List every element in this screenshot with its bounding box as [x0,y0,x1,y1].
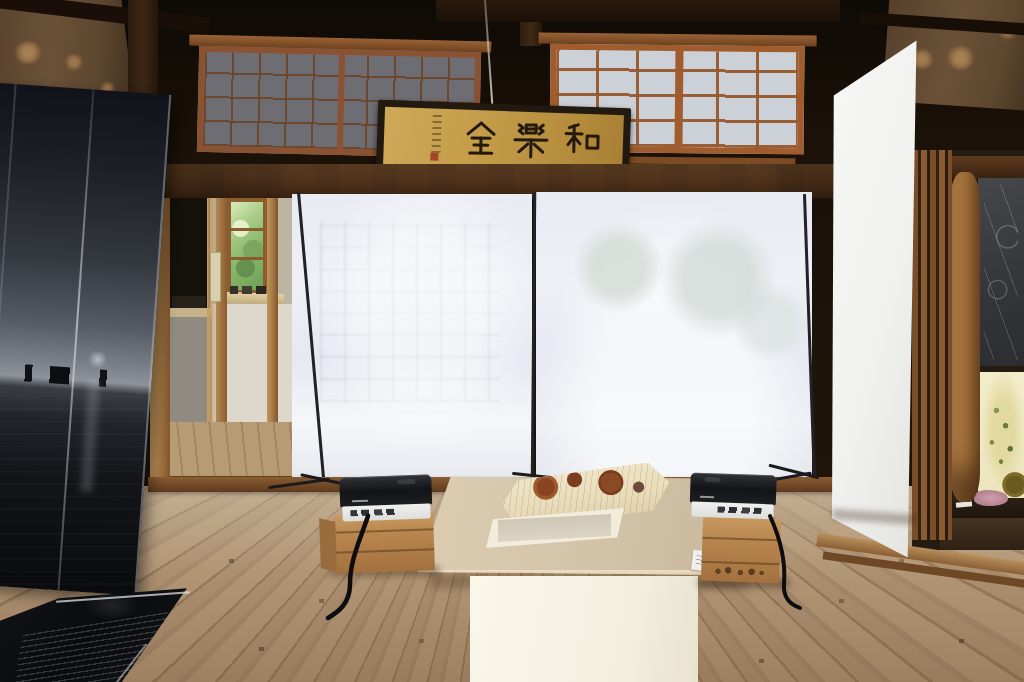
plaque-calligraphy [464,119,603,163]
projector-ports [717,506,761,514]
scrim-right [536,192,812,482]
frieze-motif [14,40,42,65]
projector-logo [700,495,714,498]
frieze-motif [947,45,975,71]
projector-vent [397,479,415,485]
scrim-soft-light [292,194,532,486]
projector-cable-right [760,504,820,614]
frieze-motif [64,53,84,71]
room-door-stile [267,196,278,436]
photo-moon-glow [86,351,109,368]
yellow-artwork [978,372,1024,500]
projector-top [690,473,777,506]
room-floor [168,422,292,480]
room-counter-items [172,296,206,308]
kanji-wa-icon [564,121,603,164]
white-panel [832,38,920,560]
room-post [207,196,227,446]
door-slats [912,150,952,540]
post-label [210,252,221,302]
sill-items [230,286,272,294]
kanji-raku-icon [512,120,551,163]
right-opening [912,150,1024,550]
room-counter [168,308,212,317]
kanji-zen-icon [464,119,499,162]
window-bar [231,228,263,231]
crate-markings [711,565,767,579]
scene-root [0,0,1024,682]
room-lower-wall [168,317,212,429]
plaque-inscription [432,115,442,153]
pink-cloth [974,490,1008,506]
plaque-seal [430,152,438,160]
artwork-speckles [978,372,1024,500]
tray-inner [498,514,611,542]
round-pillar [950,172,980,502]
left-room-view [150,196,292,492]
scrim-foliage-shadow [536,192,812,482]
garden-window [227,198,267,294]
table-pedestal [470,576,698,682]
projector-vent [705,477,721,483]
photo-water-ripples [0,383,148,596]
top-center-rail [436,0,840,22]
scrim-left [292,194,532,486]
dark-artwork [978,178,1024,366]
floor-specks [0,0,3,2]
right-room-floor [940,518,1024,550]
window-center-stile [674,51,683,147]
window-bar [231,257,263,260]
projector-cable-left [320,500,400,630]
window-foliage [231,202,263,290]
artwork-scribbles [984,184,1018,360]
